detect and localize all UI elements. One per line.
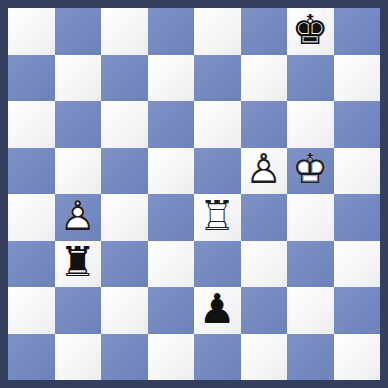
square-d8[interactable] xyxy=(148,8,195,55)
square-g4[interactable] xyxy=(287,194,334,241)
square-a4[interactable] xyxy=(8,194,55,241)
white-king-piece[interactable]: ♚♔ xyxy=(287,148,334,195)
square-b4[interactable]: ♟♙ xyxy=(55,194,102,241)
square-d7[interactable] xyxy=(148,55,195,102)
square-f1[interactable] xyxy=(241,334,288,381)
square-a1[interactable] xyxy=(8,334,55,381)
square-c3[interactable] xyxy=(101,241,148,288)
chess-board-frame: ♚♟♙♚♔♟♙♜♖♜♟ xyxy=(0,0,388,388)
square-f8[interactable] xyxy=(241,8,288,55)
square-b3[interactable]: ♜ xyxy=(55,241,102,288)
square-d4[interactable] xyxy=(148,194,195,241)
square-h3[interactable] xyxy=(334,241,381,288)
square-f5[interactable]: ♟♙ xyxy=(241,148,288,195)
square-b5[interactable] xyxy=(55,148,102,195)
black-king-piece[interactable]: ♚ xyxy=(287,8,334,55)
square-h5[interactable] xyxy=(334,148,381,195)
square-a8[interactable] xyxy=(8,8,55,55)
black-pawn-piece[interactable]: ♟ xyxy=(194,287,241,334)
white-pawn-piece[interactable]: ♟♙ xyxy=(241,148,288,195)
square-c6[interactable] xyxy=(101,101,148,148)
square-a6[interactable] xyxy=(8,101,55,148)
square-d5[interactable] xyxy=(148,148,195,195)
square-e6[interactable] xyxy=(194,101,241,148)
square-f7[interactable] xyxy=(241,55,288,102)
square-d6[interactable] xyxy=(148,101,195,148)
square-d3[interactable] xyxy=(148,241,195,288)
square-b1[interactable] xyxy=(55,334,102,381)
black-king-glyph: ♚ xyxy=(292,10,329,51)
square-h6[interactable] xyxy=(334,101,381,148)
square-f6[interactable] xyxy=(241,101,288,148)
square-e5[interactable] xyxy=(194,148,241,195)
square-b6[interactable] xyxy=(55,101,102,148)
square-c2[interactable] xyxy=(101,287,148,334)
square-e1[interactable] xyxy=(194,334,241,381)
square-e4[interactable]: ♜♖ xyxy=(194,194,241,241)
white-rook-outline-glyph: ♖ xyxy=(199,196,236,237)
square-d1[interactable] xyxy=(148,334,195,381)
black-pawn-glyph: ♟ xyxy=(199,289,236,330)
square-c5[interactable] xyxy=(101,148,148,195)
square-a5[interactable] xyxy=(8,148,55,195)
black-rook-piece[interactable]: ♜ xyxy=(55,241,102,288)
white-pawn-outline-glyph: ♙ xyxy=(245,149,282,190)
square-h2[interactable] xyxy=(334,287,381,334)
black-rook-glyph: ♜ xyxy=(59,242,96,283)
square-f3[interactable] xyxy=(241,241,288,288)
square-c7[interactable] xyxy=(101,55,148,102)
square-e7[interactable] xyxy=(194,55,241,102)
square-a7[interactable] xyxy=(8,55,55,102)
square-g3[interactable] xyxy=(287,241,334,288)
square-g6[interactable] xyxy=(287,101,334,148)
chess-board: ♚♟♙♚♔♟♙♜♖♜♟ xyxy=(8,8,380,380)
square-a2[interactable] xyxy=(8,287,55,334)
white-pawn-piece[interactable]: ♟♙ xyxy=(55,194,102,241)
square-a3[interactable] xyxy=(8,241,55,288)
square-g5[interactable]: ♚♔ xyxy=(287,148,334,195)
square-c8[interactable] xyxy=(101,8,148,55)
square-g1[interactable] xyxy=(287,334,334,381)
square-g2[interactable] xyxy=(287,287,334,334)
square-c4[interactable] xyxy=(101,194,148,241)
square-g7[interactable] xyxy=(287,55,334,102)
white-king-outline-glyph: ♔ xyxy=(292,149,329,190)
square-h7[interactable] xyxy=(334,55,381,102)
square-h8[interactable] xyxy=(334,8,381,55)
square-h4[interactable] xyxy=(334,194,381,241)
white-rook-piece[interactable]: ♜♖ xyxy=(194,194,241,241)
square-e2[interactable]: ♟ xyxy=(194,287,241,334)
square-b2[interactable] xyxy=(55,287,102,334)
square-f4[interactable] xyxy=(241,194,288,241)
square-c1[interactable] xyxy=(101,334,148,381)
square-e3[interactable] xyxy=(194,241,241,288)
square-b8[interactable] xyxy=(55,8,102,55)
square-e8[interactable] xyxy=(194,8,241,55)
white-pawn-outline-glyph: ♙ xyxy=(59,196,96,237)
square-g8[interactable]: ♚ xyxy=(287,8,334,55)
square-b7[interactable] xyxy=(55,55,102,102)
square-h1[interactable] xyxy=(334,334,381,381)
square-d2[interactable] xyxy=(148,287,195,334)
square-f2[interactable] xyxy=(241,287,288,334)
